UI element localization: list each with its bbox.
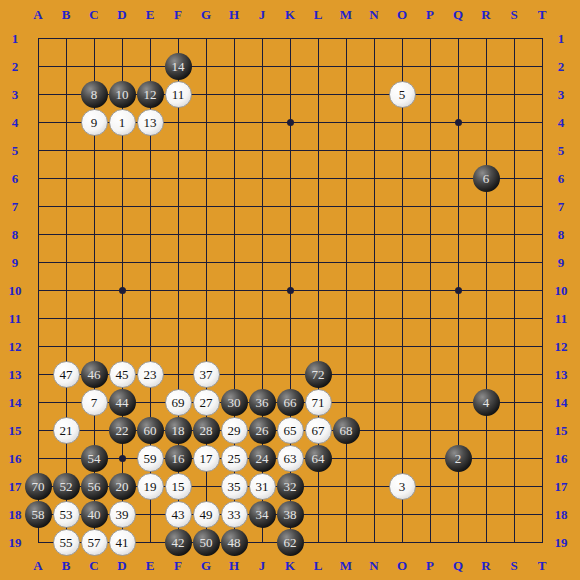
stone-white-17: 17 [193, 445, 220, 472]
stone-white-29: 29 [221, 417, 248, 444]
stone-black-58: 58 [25, 501, 52, 528]
stone-black-68: 68 [333, 417, 360, 444]
move-number: 25 [228, 452, 241, 465]
stone-black-48: 48 [221, 529, 248, 556]
col-label-bottom-K: K [285, 559, 295, 572]
move-number: 44 [116, 396, 129, 409]
col-label-bottom-C: C [89, 559, 98, 572]
stone-black-56: 56 [81, 473, 108, 500]
row-label-right-3: 3 [558, 88, 565, 101]
move-number: 13 [144, 116, 157, 129]
row-label-left-2: 2 [12, 60, 19, 73]
stone-black-66: 66 [277, 389, 304, 416]
stone-white-3: 3 [389, 473, 416, 500]
stone-white-69: 69 [165, 389, 192, 416]
row-label-right-1: 1 [558, 32, 565, 45]
stone-black-64: 64 [305, 445, 332, 472]
row-label-right-12: 12 [555, 340, 568, 353]
stone-black-24: 24 [249, 445, 276, 472]
stone-black-40: 40 [81, 501, 108, 528]
stone-black-12: 12 [137, 81, 164, 108]
move-number: 41 [116, 536, 129, 549]
row-label-left-8: 8 [12, 228, 19, 241]
stone-white-11: 11 [165, 81, 192, 108]
row-label-right-11: 11 [555, 312, 567, 325]
stone-white-1: 1 [109, 109, 136, 136]
stone-black-26: 26 [249, 417, 276, 444]
move-number: 28 [200, 424, 213, 437]
stone-white-65: 65 [277, 417, 304, 444]
move-number: 54 [88, 452, 101, 465]
col-label-top-S: S [510, 8, 517, 21]
row-label-left-6: 6 [12, 172, 19, 185]
col-label-top-K: K [285, 8, 295, 21]
move-number: 19 [144, 480, 157, 493]
stone-white-41: 41 [109, 529, 136, 556]
row-label-left-7: 7 [12, 200, 19, 213]
move-number: 63 [284, 452, 297, 465]
move-number: 68 [340, 424, 353, 437]
star-point-Q10 [455, 287, 462, 294]
col-label-bottom-P: P [426, 559, 434, 572]
stone-white-39: 39 [109, 501, 136, 528]
row-label-left-10: 10 [9, 284, 22, 297]
stone-black-72: 72 [305, 361, 332, 388]
row-label-right-4: 4 [558, 116, 565, 129]
move-number: 46 [88, 368, 101, 381]
row-label-left-19: 19 [9, 536, 22, 549]
stone-white-71: 71 [305, 389, 332, 416]
move-number: 4 [483, 396, 490, 409]
row-label-right-17: 17 [555, 480, 568, 493]
stone-white-5: 5 [389, 81, 416, 108]
col-label-bottom-S: S [510, 559, 517, 572]
move-number: 64 [312, 452, 325, 465]
move-number: 50 [200, 536, 213, 549]
move-number: 60 [144, 424, 157, 437]
col-label-bottom-N: N [369, 559, 378, 572]
col-label-top-Q: Q [453, 8, 463, 21]
col-label-bottom-E: E [146, 559, 155, 572]
move-number: 14 [172, 60, 185, 73]
row-label-left-14: 14 [9, 396, 22, 409]
row-label-left-5: 5 [12, 144, 19, 157]
col-label-top-E: E [146, 8, 155, 21]
stone-white-35: 35 [221, 473, 248, 500]
stone-black-36: 36 [249, 389, 276, 416]
stone-black-6: 6 [473, 165, 500, 192]
move-number: 17 [200, 452, 213, 465]
move-number: 53 [60, 508, 73, 521]
stone-black-14: 14 [165, 53, 192, 80]
move-number: 43 [172, 508, 185, 521]
row-label-right-2: 2 [558, 60, 565, 73]
star-point-K4 [287, 119, 294, 126]
move-number: 6 [483, 172, 490, 185]
row-label-right-10: 10 [555, 284, 568, 297]
move-number: 72 [312, 368, 325, 381]
stone-white-15: 15 [165, 473, 192, 500]
move-number: 3 [399, 480, 406, 493]
move-number: 32 [284, 480, 297, 493]
col-label-bottom-A: A [33, 559, 42, 572]
col-label-bottom-M: M [340, 559, 352, 572]
move-number: 10 [116, 88, 129, 101]
row-label-left-3: 3 [12, 88, 19, 101]
stone-white-33: 33 [221, 501, 248, 528]
row-label-left-1: 1 [12, 32, 19, 45]
star-point-D16 [119, 455, 126, 462]
col-label-top-O: O [397, 8, 407, 21]
move-number: 69 [172, 396, 185, 409]
move-number: 71 [312, 396, 325, 409]
row-label-right-9: 9 [558, 256, 565, 269]
move-number: 9 [91, 116, 98, 129]
stone-white-9: 9 [81, 109, 108, 136]
move-number: 55 [60, 536, 73, 549]
move-number: 7 [91, 396, 98, 409]
star-point-K10 [287, 287, 294, 294]
row-label-right-15: 15 [555, 424, 568, 437]
move-number: 21 [60, 424, 73, 437]
row-label-left-17: 17 [9, 480, 22, 493]
row-label-left-9: 9 [12, 256, 19, 269]
col-label-top-G: G [201, 8, 211, 21]
col-label-bottom-J: J [259, 559, 266, 572]
stone-black-8: 8 [81, 81, 108, 108]
stone-black-30: 30 [221, 389, 248, 416]
col-label-top-L: L [314, 8, 323, 21]
col-label-top-A: A [33, 8, 42, 21]
stone-white-53: 53 [53, 501, 80, 528]
move-number: 62 [284, 536, 297, 549]
row-label-right-19: 19 [555, 536, 568, 549]
col-label-top-R: R [481, 8, 490, 21]
move-number: 29 [228, 424, 241, 437]
col-label-top-J: J [259, 8, 266, 21]
stone-black-46: 46 [81, 361, 108, 388]
go-board[interactable]: AABBCCDDEEFFGGHHJJKKLLMMNNOOPPQQRRSSTT11… [0, 0, 580, 580]
col-label-bottom-R: R [481, 559, 490, 572]
move-number: 39 [116, 508, 129, 521]
stone-white-47: 47 [53, 361, 80, 388]
stone-black-54: 54 [81, 445, 108, 472]
col-label-top-C: C [89, 8, 98, 21]
stone-black-62: 62 [277, 529, 304, 556]
row-label-right-13: 13 [555, 368, 568, 381]
move-number: 36 [256, 396, 269, 409]
move-number: 56 [88, 480, 101, 493]
move-number: 58 [32, 508, 45, 521]
move-number: 23 [144, 368, 157, 381]
move-number: 48 [228, 536, 241, 549]
move-number: 15 [172, 480, 185, 493]
col-label-top-P: P [426, 8, 434, 21]
stone-white-23: 23 [137, 361, 164, 388]
move-number: 66 [284, 396, 297, 409]
stone-black-28: 28 [193, 417, 220, 444]
move-number: 34 [256, 508, 269, 521]
stone-white-57: 57 [81, 529, 108, 556]
stone-black-2: 2 [445, 445, 472, 472]
col-label-top-H: H [229, 8, 239, 21]
row-label-right-8: 8 [558, 228, 565, 241]
stone-black-52: 52 [53, 473, 80, 500]
stone-black-38: 38 [277, 501, 304, 528]
stone-black-34: 34 [249, 501, 276, 528]
move-number: 37 [200, 368, 213, 381]
stone-white-43: 43 [165, 501, 192, 528]
move-number: 11 [172, 88, 185, 101]
stone-white-37: 37 [193, 361, 220, 388]
row-label-left-15: 15 [9, 424, 22, 437]
stone-white-59: 59 [137, 445, 164, 472]
stone-black-16: 16 [165, 445, 192, 472]
row-label-left-11: 11 [9, 312, 21, 325]
move-number: 49 [200, 508, 213, 521]
col-label-bottom-H: H [229, 559, 239, 572]
col-label-bottom-D: D [117, 559, 126, 572]
col-label-bottom-B: B [62, 559, 71, 572]
stone-white-63: 63 [277, 445, 304, 472]
move-number: 67 [312, 424, 325, 437]
col-label-bottom-F: F [174, 559, 182, 572]
row-label-right-14: 14 [555, 396, 568, 409]
stone-white-19: 19 [137, 473, 164, 500]
move-number: 42 [172, 536, 185, 549]
stone-black-4: 4 [473, 389, 500, 416]
stone-black-20: 20 [109, 473, 136, 500]
row-label-left-16: 16 [9, 452, 22, 465]
col-label-bottom-T: T [538, 559, 547, 572]
stone-black-18: 18 [165, 417, 192, 444]
move-number: 40 [88, 508, 101, 521]
col-label-top-T: T [538, 8, 547, 21]
stone-white-49: 49 [193, 501, 220, 528]
move-number: 30 [228, 396, 241, 409]
star-point-Q4 [455, 119, 462, 126]
col-label-bottom-Q: Q [453, 559, 463, 572]
stone-white-21: 21 [53, 417, 80, 444]
row-label-right-5: 5 [558, 144, 565, 157]
move-number: 2 [455, 452, 462, 465]
row-label-right-6: 6 [558, 172, 565, 185]
move-number: 59 [144, 452, 157, 465]
stone-white-7: 7 [81, 389, 108, 416]
row-label-right-18: 18 [555, 508, 568, 521]
move-number: 47 [60, 368, 73, 381]
col-label-top-D: D [117, 8, 126, 21]
stone-black-44: 44 [109, 389, 136, 416]
stone-black-22: 22 [109, 417, 136, 444]
move-number: 22 [116, 424, 129, 437]
row-label-right-7: 7 [558, 200, 565, 213]
move-number: 35 [228, 480, 241, 493]
move-number: 27 [200, 396, 213, 409]
col-label-top-B: B [62, 8, 71, 21]
stone-white-31: 31 [249, 473, 276, 500]
move-number: 26 [256, 424, 269, 437]
col-label-bottom-O: O [397, 559, 407, 572]
move-number: 45 [116, 368, 129, 381]
stone-white-45: 45 [109, 361, 136, 388]
stone-black-42: 42 [165, 529, 192, 556]
stone-black-70: 70 [25, 473, 52, 500]
move-number: 33 [228, 508, 241, 521]
stone-white-25: 25 [221, 445, 248, 472]
row-label-left-4: 4 [12, 116, 19, 129]
move-number: 5 [399, 88, 406, 101]
stone-black-10: 10 [109, 81, 136, 108]
move-number: 52 [60, 480, 73, 493]
row-label-left-12: 12 [9, 340, 22, 353]
row-label-right-16: 16 [555, 452, 568, 465]
stone-white-13: 13 [137, 109, 164, 136]
col-label-bottom-G: G [201, 559, 211, 572]
move-number: 57 [88, 536, 101, 549]
col-label-top-N: N [369, 8, 378, 21]
stone-white-27: 27 [193, 389, 220, 416]
move-number: 31 [256, 480, 269, 493]
move-number: 18 [172, 424, 185, 437]
stone-black-50: 50 [193, 529, 220, 556]
row-label-left-13: 13 [9, 368, 22, 381]
move-number: 70 [32, 480, 45, 493]
col-label-top-M: M [340, 8, 352, 21]
move-number: 20 [116, 480, 129, 493]
col-label-top-F: F [174, 8, 182, 21]
move-number: 8 [91, 88, 98, 101]
stone-black-60: 60 [137, 417, 164, 444]
move-number: 12 [144, 88, 157, 101]
col-label-bottom-L: L [314, 559, 323, 572]
move-number: 16 [172, 452, 185, 465]
star-point-D10 [119, 287, 126, 294]
stone-black-32: 32 [277, 473, 304, 500]
move-number: 1 [119, 116, 126, 129]
stone-white-67: 67 [305, 417, 332, 444]
stone-white-55: 55 [53, 529, 80, 556]
move-number: 24 [256, 452, 269, 465]
move-number: 65 [284, 424, 297, 437]
move-number: 38 [284, 508, 297, 521]
row-label-left-18: 18 [9, 508, 22, 521]
